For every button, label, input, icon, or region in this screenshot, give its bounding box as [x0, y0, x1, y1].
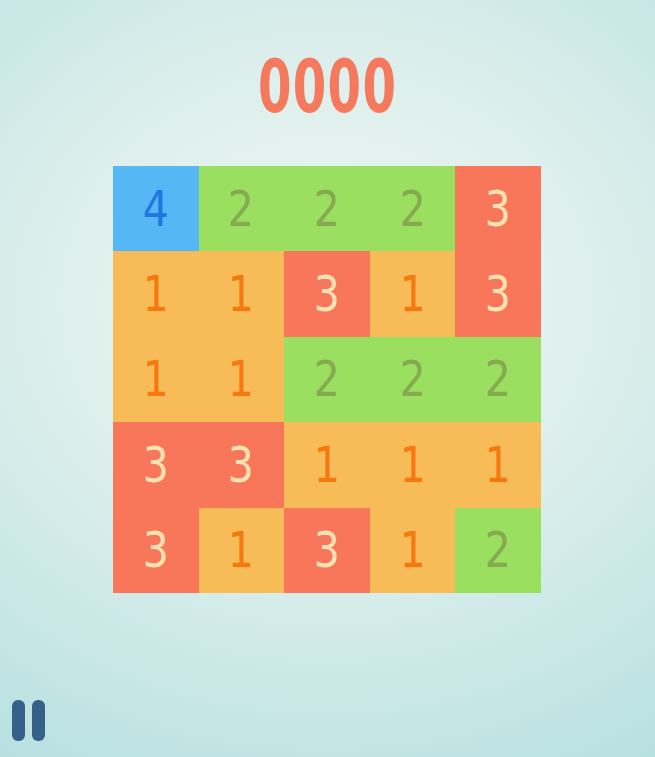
- cell-number: 2: [400, 184, 426, 234]
- cell-number: 1: [485, 440, 511, 490]
- cell-number: 2: [485, 525, 511, 575]
- cell-number: 4: [143, 184, 169, 234]
- grid-cell-r1c4[interactable]: 2: [370, 166, 456, 251]
- grid-cell-r3c5[interactable]: 2: [455, 337, 541, 422]
- grid-cell-r5c5[interactable]: 2: [455, 508, 541, 593]
- cell-number: 2: [400, 354, 426, 404]
- grid-cell-r2c3[interactable]: 3: [284, 251, 370, 336]
- cell-number: 3: [485, 269, 511, 319]
- score-value: 0000: [258, 50, 397, 123]
- grid-cell-r2c2[interactable]: 1: [199, 251, 285, 336]
- grid-cell-r2c1[interactable]: 1: [113, 251, 199, 336]
- game-board: 4 2 2 2 3 1 1 3 1 3 1 1 2 2 2 3 3 1 1 1 …: [113, 166, 541, 593]
- grid-cell-r2c4[interactable]: 1: [370, 251, 456, 336]
- grid-cell-r2c5[interactable]: 3: [455, 251, 541, 336]
- grid-cell-r5c1[interactable]: 3: [113, 508, 199, 593]
- cell-number: 2: [228, 184, 254, 234]
- cell-number: 1: [400, 525, 426, 575]
- grid-cell-r5c2[interactable]: 1: [199, 508, 285, 593]
- score-display: 0000: [0, 50, 655, 123]
- grid-cell-r4c4[interactable]: 1: [370, 422, 456, 507]
- grid-cell-r1c1[interactable]: 4: [113, 166, 199, 251]
- cell-number: 1: [400, 440, 426, 490]
- grid-cell-r1c2[interactable]: 2: [199, 166, 285, 251]
- grid-cell-r4c2[interactable]: 3: [199, 422, 285, 507]
- cell-number: 1: [228, 269, 254, 319]
- pause-icon: [32, 700, 45, 741]
- grid-cell-r3c2[interactable]: 1: [199, 337, 285, 422]
- grid-cell-r1c5[interactable]: 3: [455, 166, 541, 251]
- grid-cell-r3c3[interactable]: 2: [284, 337, 370, 422]
- cell-number: 1: [143, 354, 169, 404]
- grid-cell-r5c4[interactable]: 1: [370, 508, 456, 593]
- cell-number: 3: [314, 525, 340, 575]
- grid-cell-r1c3[interactable]: 2: [284, 166, 370, 251]
- cell-number: 3: [143, 440, 169, 490]
- cell-number: 3: [228, 440, 254, 490]
- cell-number: 1: [143, 269, 169, 319]
- cell-number: 3: [485, 184, 511, 234]
- grid-cell-r4c5[interactable]: 1: [455, 422, 541, 507]
- pause-button[interactable]: [12, 700, 60, 742]
- cell-number: 1: [400, 269, 426, 319]
- cell-number: 2: [485, 354, 511, 404]
- cell-number: 2: [314, 354, 340, 404]
- cell-number: 1: [314, 440, 340, 490]
- grid-cell-r5c3[interactable]: 3: [284, 508, 370, 593]
- grid-cell-r4c3[interactable]: 1: [284, 422, 370, 507]
- game-screen: 0000 4 2 2 2 3 1 1 3 1 3 1 1 2 2 2 3 3 1…: [0, 0, 655, 757]
- grid-cell-r3c1[interactable]: 1: [113, 337, 199, 422]
- cell-number: 3: [143, 525, 169, 575]
- grid-cell-r4c1[interactable]: 3: [113, 422, 199, 507]
- grid-cell-r3c4[interactable]: 2: [370, 337, 456, 422]
- cell-number: 3: [314, 269, 340, 319]
- cell-number: 2: [314, 184, 340, 234]
- cell-number: 1: [228, 354, 254, 404]
- pause-icon: [12, 700, 25, 741]
- cell-number: 1: [228, 525, 254, 575]
